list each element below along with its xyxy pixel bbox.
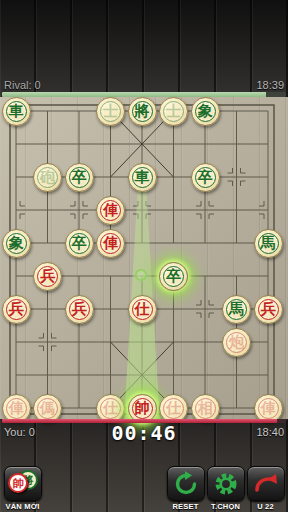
- piece-green-卒-c5r5[interactable]: 卒: [159, 262, 188, 291]
- rival-clock: 18:39: [256, 79, 284, 91]
- piece-red-俥-c3r4[interactable]: 俥: [96, 229, 125, 258]
- undo-button[interactable]: U 22: [247, 466, 284, 512]
- move-target-ring: [135, 269, 147, 281]
- piece-green-卒-c2r2[interactable]: 卒: [65, 163, 94, 192]
- piece-green-象-c0r4[interactable]: 象: [2, 229, 31, 258]
- you-clock: 18:40: [256, 426, 284, 438]
- piece-green-象-c6r0[interactable]: 象: [191, 97, 220, 126]
- main-move-clock: 00:46: [0, 421, 288, 445]
- undo-arrow-icon: [247, 466, 285, 501]
- top-wood-background: [0, 0, 288, 98]
- piece-red-兵-c2r6[interactable]: 兵: [65, 295, 94, 324]
- piece-green-馬-c8r4[interactable]: 馬: [254, 229, 283, 258]
- piece-green-將-c4r0[interactable]: 將: [128, 97, 157, 126]
- piece-red-兵-c8r6[interactable]: 兵: [254, 295, 283, 324]
- piece-green-士-c3r0[interactable]: 士: [96, 97, 125, 126]
- new-game-button[interactable]: 將 帥 VÁN MỚI: [4, 466, 41, 512]
- reset-circular-arrow-icon: [167, 466, 205, 501]
- gear-icon: [207, 466, 245, 501]
- piece-green-車-c4r2[interactable]: 車: [128, 163, 157, 192]
- piece-red-炮-c7r7[interactable]: 炮: [222, 328, 251, 357]
- options-button[interactable]: T.CHỌN: [207, 466, 244, 512]
- piece-red-俥-c3r3[interactable]: 俥: [96, 196, 125, 225]
- xiangqi-board[interactable]: 車士將士象砲卒車卒俥象卒俥馬兵卒兵兵仕馬兵炮俥傌仕帥仕相俥: [0, 97, 288, 419]
- reset-button[interactable]: RESET: [167, 466, 204, 512]
- piece-green-士-c5r0[interactable]: 士: [159, 97, 188, 126]
- xiangqi-app-screen: Rival: 0 18:39 車士將士象砲卒車卒俥象卒俥馬兵卒兵兵仕馬兵炮俥傌仕…: [0, 0, 288, 512]
- piece-green-砲-c1r2[interactable]: 砲: [33, 163, 62, 192]
- rival-score-label: Rival: 0: [4, 79, 41, 91]
- piece-red-仕-c4r6[interactable]: 仕: [128, 295, 157, 324]
- piece-green-卒-c6r2[interactable]: 卒: [191, 163, 220, 192]
- piece-green-卒-c2r4[interactable]: 卒: [65, 229, 94, 258]
- piece-green-馬-c7r6[interactable]: 馬: [222, 295, 251, 324]
- new-game-pieces-icon: 將 帥: [4, 466, 42, 501]
- piece-red-兵-c0r6[interactable]: 兵: [2, 295, 31, 324]
- piece-green-車-c0r0[interactable]: 車: [2, 97, 31, 126]
- piece-red-兵-c1r5[interactable]: 兵: [33, 262, 62, 291]
